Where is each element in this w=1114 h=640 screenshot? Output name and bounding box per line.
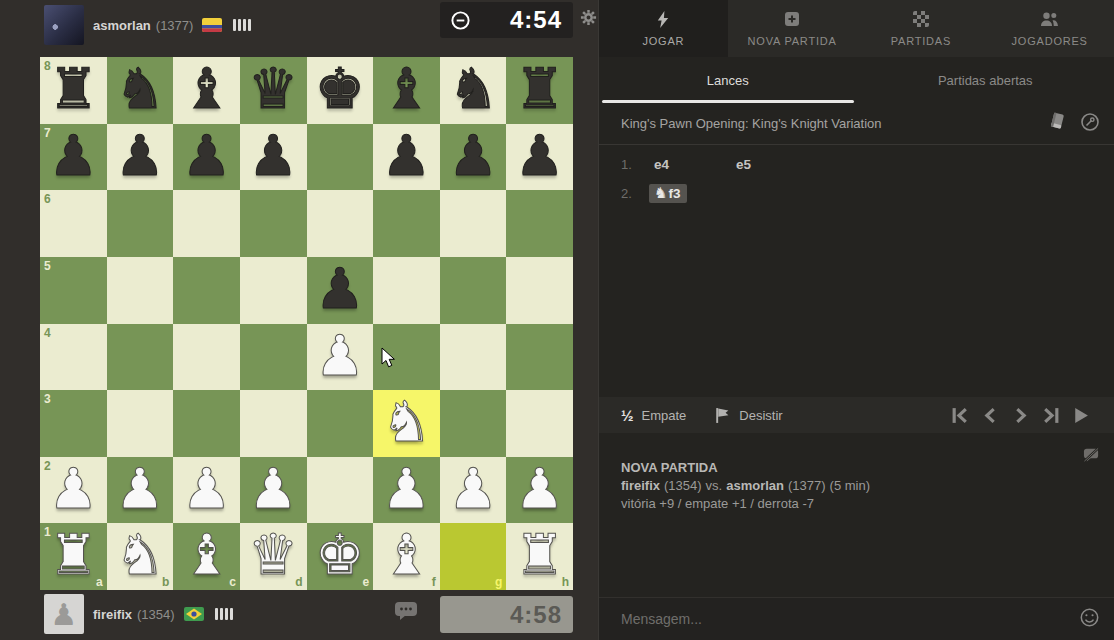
players-icon	[1040, 11, 1059, 28]
square-c6[interactable]	[173, 190, 240, 257]
square-a4[interactable]: 4	[40, 324, 107, 391]
opening-row: King's Pawn Opening: King's Knight Varia…	[599, 103, 1114, 145]
square-c3[interactable]	[173, 390, 240, 457]
file-label: c	[229, 575, 236, 589]
tab-label: JOGAR	[642, 35, 684, 47]
file-label: e	[362, 575, 369, 589]
bottom-player-avatar[interactable]: ♟	[44, 594, 84, 634]
white-pawn[interactable]: ♟	[173, 457, 240, 521]
square-h6[interactable]	[506, 190, 573, 257]
resign-flag-icon	[714, 407, 731, 424]
rank-label: 6	[44, 192, 51, 206]
panel-tabs: JOGARNOVA PARTIDAPARTIDASJOGADORES	[599, 0, 1114, 57]
message-bar	[599, 597, 1114, 640]
square-d7[interactable]: ♟	[240, 124, 307, 191]
rank-label: 3	[44, 392, 51, 406]
rank-label: 2	[44, 459, 51, 473]
black-pawn[interactable]: ♟	[173, 124, 240, 188]
square-a1[interactable]: 1a♜	[40, 523, 107, 590]
square-f5[interactable]	[373, 257, 440, 324]
opening-book-icon[interactable]	[1048, 112, 1067, 135]
lightning-icon	[656, 11, 670, 28]
square-c5[interactable]	[173, 257, 240, 324]
black-bishop[interactable]: ♝	[373, 57, 440, 121]
rank-label: 5	[44, 259, 51, 273]
bottom-player-row: ♟ fireifix (1354)	[44, 594, 233, 634]
square-h1[interactable]: h♜	[506, 523, 573, 590]
square-b1[interactable]: b♞	[107, 523, 174, 590]
subtab-lances[interactable]: Lances	[599, 57, 857, 103]
top-connection-bars-icon	[233, 19, 251, 31]
square-e6[interactable]	[307, 190, 374, 257]
black-pawn[interactable]: ♟	[307, 257, 374, 321]
square-a3[interactable]: 3	[40, 390, 107, 457]
square-h4[interactable]	[506, 324, 573, 391]
square-h5[interactable]	[506, 257, 573, 324]
file-label: h	[562, 575, 569, 589]
file-label: a	[96, 575, 103, 589]
move-row: 2.♞f3	[599, 179, 1114, 208]
square-b8[interactable]: ♞	[107, 57, 174, 124]
square-d1[interactable]: d♛	[240, 523, 307, 590]
black-bishop[interactable]: ♝	[173, 57, 240, 121]
square-c4[interactable]	[173, 324, 240, 391]
white-pawn[interactable]: ♟	[107, 457, 174, 521]
subtab-partidas-abertas[interactable]: Partidas abertas	[857, 57, 1114, 103]
square-e3[interactable]	[307, 390, 374, 457]
square-e7[interactable]	[307, 124, 374, 191]
top-player-name[interactable]: asmorlan	[93, 18, 151, 33]
top-player-row: asmorlan (1377)	[44, 5, 251, 45]
square-e4[interactable]: ♟	[307, 324, 374, 391]
white-pawn[interactable]: ♟	[440, 457, 507, 521]
file-label: d	[295, 575, 302, 589]
black-move[interactable]: e5	[731, 155, 758, 174]
chat-bubble-icon[interactable]	[394, 601, 419, 626]
draw-button[interactable]: Empate	[642, 408, 687, 423]
square-f2[interactable]: ♟	[373, 457, 440, 524]
rank-label: 4	[44, 326, 51, 340]
square-g2[interactable]: ♟	[440, 457, 507, 524]
square-b4[interactable]	[107, 324, 174, 391]
first-move-button[interactable]	[951, 406, 970, 425]
square-g3[interactable]	[440, 390, 507, 457]
bottom-connection-bars-icon	[215, 608, 233, 620]
square-g7[interactable]: ♟	[440, 124, 507, 191]
plus-square-icon	[784, 11, 800, 28]
square-b2[interactable]: ♟	[107, 457, 174, 524]
chess-board: 8♜♞♝♛♚♝♞♜7♟♟♟♟♟♟♟65♟4♟3♞2♟♟♟♟♟♟♟1a♜b♞c♝d…	[40, 57, 573, 590]
action-bar: ½ Empate Desistir	[599, 397, 1114, 433]
square-e1[interactable]: e♚	[307, 523, 374, 590]
mouse-cursor	[381, 347, 397, 373]
top-player-avatar[interactable]	[44, 5, 84, 45]
square-d5[interactable]	[240, 257, 307, 324]
tab-label: PARTIDAS	[891, 35, 951, 47]
bottom-player-clock: 4:58	[440, 596, 573, 633]
message-input[interactable]	[621, 611, 1079, 627]
square-a6[interactable]: 6	[40, 190, 107, 257]
analysis-compass-icon[interactable]	[1080, 112, 1100, 136]
square-f7[interactable]: ♟	[373, 124, 440, 191]
move-number: 1.	[621, 157, 649, 172]
half-point-icon: ½	[621, 407, 634, 424]
square-d2[interactable]: ♟	[240, 457, 307, 524]
bottom-player-rating: (1354)	[137, 607, 175, 622]
previous-move-button[interactable]	[981, 406, 1000, 425]
square-g5[interactable]	[440, 257, 507, 324]
square-d4[interactable]	[240, 324, 307, 391]
tab-partidas[interactable]: PARTIDAS	[857, 0, 986, 57]
square-f3[interactable]: ♞	[373, 390, 440, 457]
chat-area: NOVA PARTIDA fireifix(1354)vs.asmorlan(1…	[599, 433, 1114, 597]
move-number: 2.	[621, 186, 649, 201]
rank-label: 8	[44, 59, 51, 73]
square-d6[interactable]	[240, 190, 307, 257]
colombia-flag-icon	[202, 18, 222, 32]
black-rook[interactable]: ♜	[506, 57, 573, 121]
square-f1[interactable]: f♝	[373, 523, 440, 590]
square-b3[interactable]	[107, 390, 174, 457]
square-d3[interactable]	[240, 390, 307, 457]
square-c8[interactable]: ♝	[173, 57, 240, 124]
file-label: g	[495, 575, 502, 589]
white-pawn[interactable]: ♟	[240, 457, 307, 521]
square-a7[interactable]: 7♟	[40, 124, 107, 191]
rank-label: 1	[44, 525, 51, 539]
tab-jogadores[interactable]: JOGADORES	[985, 0, 1114, 57]
square-a5[interactable]: 5	[40, 257, 107, 324]
file-label: b	[162, 575, 169, 589]
clock-running-icon	[450, 10, 471, 31]
square-b6[interactable]	[107, 190, 174, 257]
top-player-rating: (1377)	[156, 18, 194, 33]
chat-stakes-line: vitória +9 / empate +1 / derrota -7	[621, 495, 1092, 513]
square-e5[interactable]: ♟	[307, 257, 374, 324]
white-move[interactable]: ♞f3	[649, 184, 687, 203]
square-a2[interactable]: 2♟	[40, 457, 107, 524]
square-h3[interactable]	[506, 390, 573, 457]
next-move-button[interactable]	[1011, 406, 1030, 425]
square-b5[interactable]	[107, 257, 174, 324]
black-pawn[interactable]: ♟	[440, 124, 507, 188]
black-pawn[interactable]: ♟	[107, 124, 174, 188]
square-e8[interactable]: ♚	[307, 57, 374, 124]
square-h2[interactable]: ♟	[506, 457, 573, 524]
chat-mute-icon[interactable]	[1083, 447, 1100, 467]
bottom-player-name[interactable]: fireifix	[93, 607, 132, 622]
chat-game-line: fireifix(1354)vs.asmorlan(1377)(5 min)	[621, 477, 1092, 495]
settings-gear-icon[interactable]	[580, 9, 597, 26]
square-g8[interactable]: ♞	[440, 57, 507, 124]
chess-app: asmorlan (1377) 4:54 8♜♞♝♛♚♝♞♜7♟♟♟♟♟♟♟65…	[0, 0, 1114, 640]
black-king[interactable]: ♚	[307, 57, 374, 121]
black-pawn[interactable]: ♟	[506, 124, 573, 188]
square-e2[interactable]	[307, 457, 374, 524]
tab-label: JOGADORES	[1011, 35, 1087, 47]
opening-name: King's Pawn Opening: King's Knight Varia…	[621, 116, 1048, 131]
tab-jogar[interactable]: JOGAR	[599, 0, 728, 57]
square-a8[interactable]: 8♜	[40, 57, 107, 124]
white-pawn[interactable]: ♟	[307, 324, 374, 388]
white-move[interactable]: e4	[649, 155, 676, 174]
square-f8[interactable]: ♝	[373, 57, 440, 124]
black-knight[interactable]: ♞	[440, 57, 507, 121]
checkerboard-icon	[913, 11, 929, 28]
white-pawn[interactable]: ♟	[506, 457, 573, 521]
square-b7[interactable]: ♟	[107, 124, 174, 191]
tab-label: NOVA PARTIDA	[748, 35, 837, 47]
bottom-clock-time: 4:58	[510, 601, 573, 629]
white-knight[interactable]: ♞	[373, 390, 440, 454]
move-list: 1.e4e52.♞f3	[599, 150, 1114, 208]
square-h7[interactable]: ♟	[506, 124, 573, 191]
move-row: 1.e4e5	[599, 150, 1114, 179]
square-g4[interactable]	[440, 324, 507, 391]
square-h8[interactable]: ♜	[506, 57, 573, 124]
black-pawn[interactable]: ♟	[373, 124, 440, 188]
last-move-button[interactable]	[1041, 406, 1060, 425]
file-label: f	[432, 575, 436, 589]
black-pawn[interactable]: ♟	[240, 124, 307, 188]
rank-label: 7	[44, 126, 51, 140]
white-bishop[interactable]: ♝	[373, 523, 440, 587]
square-d8[interactable]: ♛	[240, 57, 307, 124]
white-pawn[interactable]: ♟	[373, 457, 440, 521]
square-g6[interactable]	[440, 190, 507, 257]
brazil-flag-icon	[184, 607, 204, 621]
black-queen[interactable]: ♛	[240, 57, 307, 121]
square-c1[interactable]: c♝	[173, 523, 240, 590]
square-f6[interactable]	[373, 190, 440, 257]
side-panel: JOGARNOVA PARTIDAPARTIDASJOGADORES Lance…	[598, 0, 1114, 640]
square-c7[interactable]: ♟	[173, 124, 240, 191]
square-c2[interactable]: ♟	[173, 457, 240, 524]
autoplay-button[interactable]	[1071, 406, 1090, 425]
move-piece-glyph: ♞	[654, 186, 667, 201]
top-player-clock: 4:54	[440, 2, 573, 38]
top-clock-time: 4:54	[510, 6, 573, 34]
chat-event-title: NOVA PARTIDA	[621, 459, 1092, 477]
tab-nova-partida[interactable]: NOVA PARTIDA	[728, 0, 857, 57]
emoji-smiley-icon[interactable]	[1079, 607, 1100, 632]
panel-subtabs: LancesPartidas abertas	[599, 57, 1114, 103]
black-knight[interactable]: ♞	[107, 57, 174, 121]
resign-button[interactable]: Desistir	[739, 408, 782, 423]
square-g1[interactable]: g	[440, 523, 507, 590]
